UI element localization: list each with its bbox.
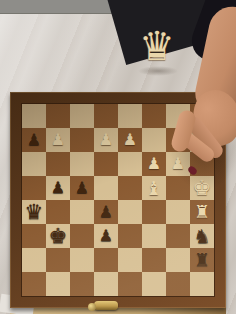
square-a4[interactable]: ♛ bbox=[22, 200, 46, 224]
square-d4[interactable]: ♟ bbox=[94, 200, 118, 224]
square-c1[interactable] bbox=[70, 272, 94, 296]
square-h2[interactable]: ♜ bbox=[190, 248, 214, 272]
square-e8[interactable] bbox=[118, 104, 142, 128]
square-a8[interactable] bbox=[22, 104, 46, 128]
square-g2[interactable] bbox=[166, 248, 190, 272]
black-pawn[interactable]: ♟ bbox=[94, 224, 118, 248]
square-e4[interactable] bbox=[118, 200, 142, 224]
square-b8[interactable] bbox=[46, 104, 70, 128]
square-d3[interactable]: ♟ bbox=[94, 224, 118, 248]
square-f6[interactable]: ♟ bbox=[142, 152, 166, 176]
square-a5[interactable] bbox=[22, 176, 46, 200]
square-g5[interactable] bbox=[166, 176, 190, 200]
square-g8[interactable] bbox=[166, 104, 190, 128]
square-h1[interactable] bbox=[190, 272, 214, 296]
square-b4[interactable] bbox=[46, 200, 70, 224]
square-e7[interactable]: ♟ bbox=[118, 128, 142, 152]
square-a2[interactable] bbox=[22, 248, 46, 272]
square-c6[interactable] bbox=[70, 152, 94, 176]
square-f7[interactable] bbox=[142, 128, 166, 152]
black-pawn[interactable]: ♟ bbox=[22, 128, 46, 152]
white-pawn[interactable]: ♟ bbox=[94, 128, 118, 152]
square-d8[interactable] bbox=[94, 104, 118, 128]
scene: ♟♟♟♟♟♟♟♟♝♚♛♟♜♚♟♞♜ ♛ bbox=[0, 0, 236, 314]
brass-latch bbox=[94, 301, 118, 310]
square-e3[interactable] bbox=[118, 224, 142, 248]
brass-latch-knob bbox=[88, 303, 96, 311]
square-b6[interactable] bbox=[46, 152, 70, 176]
chess-board: ♟♟♟♟♟♟♟♟♝♚♛♟♜♚♟♞♜ bbox=[10, 92, 226, 308]
square-f2[interactable] bbox=[142, 248, 166, 272]
black-knight[interactable]: ♞ bbox=[190, 224, 214, 248]
square-e2[interactable] bbox=[118, 248, 142, 272]
square-g3[interactable] bbox=[166, 224, 190, 248]
square-g4[interactable] bbox=[166, 200, 190, 224]
square-h3[interactable]: ♞ bbox=[190, 224, 214, 248]
square-a3[interactable] bbox=[22, 224, 46, 248]
square-c4[interactable] bbox=[70, 200, 94, 224]
square-g6[interactable]: ♟ bbox=[166, 152, 190, 176]
square-b1[interactable] bbox=[46, 272, 70, 296]
white-pawn[interactable]: ♟ bbox=[142, 152, 166, 176]
black-queen[interactable]: ♛ bbox=[22, 200, 46, 224]
black-pawn[interactable]: ♟ bbox=[94, 200, 118, 224]
square-b3[interactable]: ♚ bbox=[46, 224, 70, 248]
square-f1[interactable] bbox=[142, 272, 166, 296]
square-f3[interactable] bbox=[142, 224, 166, 248]
square-d7[interactable]: ♟ bbox=[94, 128, 118, 152]
square-c7[interactable] bbox=[70, 128, 94, 152]
square-a1[interactable] bbox=[22, 272, 46, 296]
square-d5[interactable] bbox=[94, 176, 118, 200]
black-king[interactable]: ♚ bbox=[46, 224, 70, 248]
square-a6[interactable] bbox=[22, 152, 46, 176]
square-b7[interactable]: ♟ bbox=[46, 128, 70, 152]
square-f4[interactable] bbox=[142, 200, 166, 224]
square-g1[interactable] bbox=[166, 272, 190, 296]
white-pawn[interactable]: ♟ bbox=[166, 152, 190, 176]
square-b5[interactable]: ♟ bbox=[46, 176, 70, 200]
square-h4[interactable]: ♜ bbox=[190, 200, 214, 224]
square-h5[interactable]: ♚ bbox=[190, 176, 214, 200]
white-bishop[interactable]: ♝ bbox=[142, 176, 166, 200]
square-e6[interactable] bbox=[118, 152, 142, 176]
white-queen-offboard[interactable]: ♛ bbox=[139, 26, 175, 66]
square-b2[interactable] bbox=[46, 248, 70, 272]
square-f8[interactable] bbox=[142, 104, 166, 128]
square-h7[interactable] bbox=[190, 128, 214, 152]
square-c2[interactable] bbox=[70, 248, 94, 272]
square-h8[interactable] bbox=[190, 104, 214, 128]
black-pawn[interactable]: ♟ bbox=[46, 176, 70, 200]
board-squares: ♟♟♟♟♟♟♟♟♝♚♛♟♜♚♟♞♜ bbox=[22, 104, 214, 296]
black-pawn[interactable]: ♟ bbox=[70, 176, 94, 200]
square-c3[interactable] bbox=[70, 224, 94, 248]
square-h6[interactable] bbox=[190, 152, 214, 176]
square-d6[interactable] bbox=[94, 152, 118, 176]
white-rook[interactable]: ♜ bbox=[190, 200, 214, 224]
square-d1[interactable] bbox=[94, 272, 118, 296]
square-a7[interactable]: ♟ bbox=[22, 128, 46, 152]
square-d2[interactable] bbox=[94, 248, 118, 272]
square-e1[interactable] bbox=[118, 272, 142, 296]
black-rook[interactable]: ♜ bbox=[190, 248, 214, 272]
square-g7[interactable] bbox=[166, 128, 190, 152]
white-king[interactable]: ♚ bbox=[190, 176, 214, 200]
white-pawn[interactable]: ♟ bbox=[118, 128, 142, 152]
white-pawn[interactable]: ♟ bbox=[46, 128, 70, 152]
square-e5[interactable] bbox=[118, 176, 142, 200]
square-f5[interactable]: ♝ bbox=[142, 176, 166, 200]
square-c8[interactable] bbox=[70, 104, 94, 128]
square-c5[interactable]: ♟ bbox=[70, 176, 94, 200]
